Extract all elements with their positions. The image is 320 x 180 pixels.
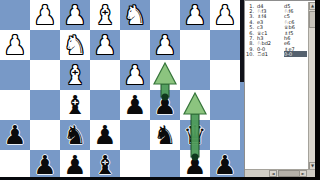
square-h5[interactable] bbox=[0, 90, 30, 120]
square-h3[interactable]: ♟ bbox=[0, 30, 30, 60]
square-d7[interactable] bbox=[120, 150, 150, 180]
scroll-right-button[interactable]: ► bbox=[299, 170, 307, 177]
horizontal-scrollbar[interactable]: ◄ ► bbox=[245, 169, 316, 177]
move-list: 1.d4d52.♘f3♘f63.♗f4c54.e3♘c65.c3♕b66.♕c1… bbox=[245, 3, 308, 57]
square-e5[interactable] bbox=[90, 90, 120, 120]
video-frame: ♟♟♝♞♟♟♟♞♟♟♝♟♝♟♟♟♞♟♞♛♟♟♝♟♟ 1.d4d52.♘f3♘f6… bbox=[0, 0, 320, 180]
square-c3[interactable]: ♟ bbox=[150, 30, 180, 60]
square-c2[interactable] bbox=[150, 0, 180, 30]
white-move[interactable]: ♖d1 bbox=[254, 51, 284, 57]
square-f6[interactable]: ♞ bbox=[60, 120, 90, 150]
square-c7[interactable] bbox=[150, 150, 180, 180]
move-row-10: 10.♖d10-0 bbox=[245, 52, 308, 57]
piece-bP-e6[interactable]: ♟ bbox=[90, 120, 120, 150]
square-d3[interactable] bbox=[120, 30, 150, 60]
square-g4[interactable] bbox=[30, 60, 60, 90]
board-bottom-cutoff bbox=[0, 177, 240, 180]
square-a3[interactable] bbox=[210, 30, 240, 60]
square-g2[interactable]: ♟ bbox=[30, 0, 60, 30]
piece-wP-d4[interactable]: ♟ bbox=[120, 60, 150, 90]
square-a2[interactable]: ♟ bbox=[210, 0, 240, 30]
square-e2[interactable]: ♝ bbox=[90, 0, 120, 30]
piece-bN-c6[interactable]: ♞ bbox=[150, 120, 180, 150]
square-e4[interactable] bbox=[90, 60, 120, 90]
square-a6[interactable] bbox=[210, 120, 240, 150]
square-h2[interactable] bbox=[0, 0, 30, 30]
piece-bP-c5[interactable]: ♟ bbox=[150, 90, 180, 120]
piece-bB-f5[interactable]: ♝ bbox=[60, 90, 90, 120]
piece-bN-f6[interactable]: ♞ bbox=[60, 120, 90, 150]
piece-wP-c3[interactable]: ♟ bbox=[150, 30, 180, 60]
square-b2[interactable]: ♟ bbox=[180, 0, 210, 30]
square-b4[interactable] bbox=[180, 60, 210, 90]
square-g7[interactable]: ♟ bbox=[30, 150, 60, 180]
square-c5[interactable]: ♟ bbox=[150, 90, 180, 120]
square-c6[interactable]: ♞ bbox=[150, 120, 180, 150]
piece-bP-h6[interactable]: ♟ bbox=[0, 120, 30, 150]
piece-wP-f2[interactable]: ♟ bbox=[60, 0, 90, 30]
piece-bP-f7[interactable]: ♟ bbox=[60, 150, 90, 180]
black-move[interactable]: 0-0 bbox=[284, 51, 307, 57]
square-f4[interactable]: ♝ bbox=[60, 60, 90, 90]
square-a5[interactable] bbox=[210, 90, 240, 120]
square-e7[interactable]: ♝ bbox=[90, 150, 120, 180]
piece-wP-h3[interactable]: ♟ bbox=[0, 30, 30, 60]
square-d5[interactable]: ♟ bbox=[120, 90, 150, 120]
square-e6[interactable]: ♟ bbox=[90, 120, 120, 150]
square-h6[interactable]: ♟ bbox=[0, 120, 30, 150]
square-c4[interactable] bbox=[150, 60, 180, 90]
piece-wN-f3[interactable]: ♞ bbox=[60, 30, 90, 60]
piece-wB-f4[interactable]: ♝ bbox=[60, 60, 90, 90]
square-f2[interactable]: ♟ bbox=[60, 0, 90, 30]
square-a7[interactable]: ♟ bbox=[210, 150, 240, 180]
square-h7[interactable] bbox=[0, 150, 30, 180]
board-grid: ♟♟♝♞♟♟♟♞♟♟♝♟♝♟♟♟♞♟♞♛♟♟♝♟♟ bbox=[0, 0, 240, 180]
square-b7[interactable]: ♟ bbox=[180, 150, 210, 180]
square-h4[interactable] bbox=[0, 60, 30, 90]
scroll-left-button[interactable]: ◄ bbox=[269, 170, 277, 177]
square-e3[interactable]: ♟ bbox=[90, 30, 120, 60]
piece-wP-a2[interactable]: ♟ bbox=[210, 0, 240, 30]
piece-bB-e7[interactable]: ♝ bbox=[90, 150, 120, 180]
square-d4[interactable]: ♟ bbox=[120, 60, 150, 90]
square-b3[interactable] bbox=[180, 30, 210, 60]
piece-wP-e3[interactable]: ♟ bbox=[90, 30, 120, 60]
square-g5[interactable] bbox=[30, 90, 60, 120]
square-a4[interactable] bbox=[210, 60, 240, 90]
piece-bQ-b6[interactable]: ♛ bbox=[180, 120, 210, 150]
piece-bP-a7[interactable]: ♟ bbox=[210, 150, 240, 180]
piece-bP-b7[interactable]: ♟ bbox=[180, 150, 210, 180]
vertical-scrollbar[interactable]: ▲ ▼ bbox=[308, 2, 315, 170]
chess-board[interactable]: ♟♟♝♞♟♟♟♞♟♟♝♟♝♟♟♟♞♟♞♛♟♟♝♟♟ bbox=[0, 0, 240, 180]
piece-wP-b2[interactable]: ♟ bbox=[180, 0, 210, 30]
square-b5[interactable] bbox=[180, 90, 210, 120]
piece-wP-g2[interactable]: ♟ bbox=[30, 0, 60, 30]
square-f5[interactable]: ♝ bbox=[60, 90, 90, 120]
piece-wN-d2[interactable]: ♞ bbox=[120, 0, 150, 30]
square-g6[interactable] bbox=[30, 120, 60, 150]
piece-bP-d5[interactable]: ♟ bbox=[120, 90, 150, 120]
horizontal-scroll-thumb[interactable] bbox=[278, 170, 300, 177]
square-d6[interactable] bbox=[120, 120, 150, 150]
square-d2[interactable]: ♞ bbox=[120, 0, 150, 30]
piece-bP-g7[interactable]: ♟ bbox=[30, 150, 60, 180]
move-number: 10. bbox=[245, 51, 254, 57]
piece-wB-e2[interactable]: ♝ bbox=[90, 0, 120, 30]
square-b6[interactable]: ♛ bbox=[180, 120, 210, 150]
notation-panel: 1.d4d52.♘f3♘f63.♗f4c54.e3♘c65.c3♕b66.♕c1… bbox=[244, 0, 315, 177]
square-g3[interactable] bbox=[30, 30, 60, 60]
square-f7[interactable]: ♟ bbox=[60, 150, 90, 180]
right-black-strip bbox=[315, 0, 320, 180]
square-f3[interactable]: ♞ bbox=[60, 30, 90, 60]
